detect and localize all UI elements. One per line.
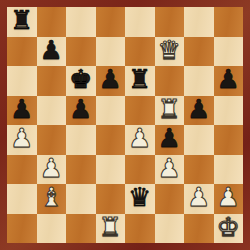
square-h7[interactable] (214, 37, 244, 67)
white-rook-f5[interactable]: ♜ (158, 96, 181, 124)
chess-board-frame: ♜♟♛♚♟♜♟♟♟♜♟♟♟♟♟♟♝♛♟♟♜♚ (0, 0, 250, 250)
square-c7[interactable] (66, 37, 96, 67)
white-king-h1[interactable]: ♚ (217, 214, 240, 242)
white-rook-d1[interactable]: ♜ (99, 214, 122, 242)
square-a6[interactable] (7, 66, 37, 96)
square-e8[interactable] (125, 7, 155, 37)
square-f8[interactable] (155, 7, 185, 37)
square-c1[interactable] (66, 214, 96, 244)
square-h8[interactable] (214, 7, 244, 37)
square-b4[interactable] (37, 125, 67, 155)
square-g4[interactable] (184, 125, 214, 155)
white-bishop-b2[interactable]: ♝ (40, 184, 63, 212)
square-g3[interactable] (184, 155, 214, 185)
square-b3[interactable]: ♟ (37, 155, 67, 185)
square-b6[interactable] (37, 66, 67, 96)
black-pawn-g5[interactable]: ♟ (187, 96, 210, 124)
square-d8[interactable] (96, 7, 126, 37)
white-pawn-a4[interactable]: ♟ (10, 125, 33, 153)
square-d2[interactable] (96, 184, 126, 214)
square-e4[interactable]: ♟ (125, 125, 155, 155)
square-c6[interactable]: ♚ (66, 66, 96, 96)
square-g7[interactable] (184, 37, 214, 67)
square-g2[interactable]: ♟ (184, 184, 214, 214)
square-b5[interactable] (37, 96, 67, 126)
black-pawn-b7[interactable]: ♟ (40, 37, 63, 65)
square-f5[interactable]: ♜ (155, 96, 185, 126)
square-a3[interactable] (7, 155, 37, 185)
square-g8[interactable] (184, 7, 214, 37)
square-a1[interactable] (7, 214, 37, 244)
square-b8[interactable] (37, 7, 67, 37)
square-d7[interactable] (96, 37, 126, 67)
square-h1[interactable]: ♚ (214, 214, 244, 244)
square-f6[interactable] (155, 66, 185, 96)
black-pawn-d6[interactable]: ♟ (99, 66, 122, 94)
black-rook-a8[interactable]: ♜ (10, 7, 33, 35)
square-a2[interactable] (7, 184, 37, 214)
square-e1[interactable] (125, 214, 155, 244)
square-b2[interactable]: ♝ (37, 184, 67, 214)
square-h3[interactable] (214, 155, 244, 185)
square-f2[interactable] (155, 184, 185, 214)
square-e5[interactable] (125, 96, 155, 126)
square-e2[interactable]: ♛ (125, 184, 155, 214)
white-pawn-g2[interactable]: ♟ (187, 184, 210, 212)
square-h2[interactable]: ♟ (214, 184, 244, 214)
square-e7[interactable] (125, 37, 155, 67)
white-pawn-f3[interactable]: ♟ (158, 155, 181, 183)
black-pawn-a5[interactable]: ♟ (10, 96, 33, 124)
square-f4[interactable]: ♟ (155, 125, 185, 155)
square-b7[interactable]: ♟ (37, 37, 67, 67)
square-b1[interactable] (37, 214, 67, 244)
square-a4[interactable]: ♟ (7, 125, 37, 155)
square-a8[interactable]: ♜ (7, 7, 37, 37)
square-g1[interactable] (184, 214, 214, 244)
square-c4[interactable] (66, 125, 96, 155)
square-c3[interactable] (66, 155, 96, 185)
square-c2[interactable] (66, 184, 96, 214)
black-king-c6[interactable]: ♚ (69, 66, 92, 94)
square-g5[interactable]: ♟ (184, 96, 214, 126)
square-h6[interactable]: ♟ (214, 66, 244, 96)
square-c5[interactable]: ♟ (66, 96, 96, 126)
square-d1[interactable]: ♜ (96, 214, 126, 244)
square-a7[interactable] (7, 37, 37, 67)
black-queen-e2[interactable]: ♛ (128, 184, 151, 212)
square-a5[interactable]: ♟ (7, 96, 37, 126)
chess-board: ♜♟♛♚♟♜♟♟♟♜♟♟♟♟♟♟♝♛♟♟♜♚ (7, 7, 243, 243)
white-queen-f7[interactable]: ♛ (158, 37, 181, 65)
square-f1[interactable] (155, 214, 185, 244)
square-e6[interactable]: ♜ (125, 66, 155, 96)
black-pawn-c5[interactable]: ♟ (69, 96, 92, 124)
square-e3[interactable] (125, 155, 155, 185)
black-pawn-h6[interactable]: ♟ (217, 66, 240, 94)
black-rook-e6[interactable]: ♜ (128, 66, 151, 94)
square-f7[interactable]: ♛ (155, 37, 185, 67)
white-pawn-e4[interactable]: ♟ (128, 125, 151, 153)
square-h5[interactable] (214, 96, 244, 126)
square-c8[interactable] (66, 7, 96, 37)
white-pawn-b3[interactable]: ♟ (40, 155, 63, 183)
black-pawn-f4[interactable]: ♟ (158, 125, 181, 153)
square-d4[interactable] (96, 125, 126, 155)
white-pawn-h2[interactable]: ♟ (217, 184, 240, 212)
square-g6[interactable] (184, 66, 214, 96)
square-h4[interactable] (214, 125, 244, 155)
square-d6[interactable]: ♟ (96, 66, 126, 96)
square-f3[interactable]: ♟ (155, 155, 185, 185)
square-d3[interactable] (96, 155, 126, 185)
square-d5[interactable] (96, 96, 126, 126)
